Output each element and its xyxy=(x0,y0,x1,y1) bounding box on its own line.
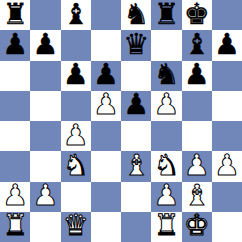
piece-white-rook[interactable]: ♜ xyxy=(2,211,28,240)
piece-white-knight[interactable]: ♞ xyxy=(153,151,179,180)
square-h2[interactable] xyxy=(212,182,242,212)
piece-black-pawn[interactable]: ♟ xyxy=(32,30,58,59)
piece-white-queen[interactable]: ♛ xyxy=(63,211,89,240)
square-b6[interactable] xyxy=(30,61,60,91)
square-h7[interactable]: ♟ xyxy=(212,30,242,60)
piece-white-pawn[interactable]: ♟ xyxy=(93,90,119,119)
piece-black-pawn[interactable]: ♟ xyxy=(214,30,240,59)
piece-black-pawn[interactable]: ♟ xyxy=(63,60,89,89)
square-a5[interactable] xyxy=(0,91,30,121)
piece-black-bishop[interactable]: ♝ xyxy=(63,0,89,29)
piece-black-pawn[interactable]: ♟ xyxy=(2,30,28,59)
chess-board: ♜♝♞♜♚♟♟♛♝♟♟♟♞♟♟♟♟♟♞♝♞♟♟♟♟♟♝♜♛♜♚ xyxy=(0,0,242,242)
piece-white-bishop[interactable]: ♝ xyxy=(184,181,210,210)
piece-black-rook[interactable]: ♜ xyxy=(153,0,179,29)
square-d4[interactable] xyxy=(91,121,121,151)
square-a4[interactable] xyxy=(0,121,30,151)
piece-white-pawn[interactable]: ♟ xyxy=(32,181,58,210)
square-a6[interactable] xyxy=(0,61,30,91)
square-g4[interactable] xyxy=(182,121,212,151)
square-f4[interactable] xyxy=(151,121,181,151)
piece-white-pawn[interactable]: ♟ xyxy=(153,90,179,119)
square-f7[interactable] xyxy=(151,30,181,60)
square-h6[interactable] xyxy=(212,61,242,91)
square-b4[interactable] xyxy=(30,121,60,151)
square-c7[interactable] xyxy=(61,30,91,60)
square-g8[interactable]: ♚ xyxy=(182,0,212,30)
square-f1[interactable]: ♜ xyxy=(151,212,181,242)
square-b1[interactable] xyxy=(30,212,60,242)
piece-white-rook[interactable]: ♜ xyxy=(153,211,179,240)
piece-white-pawn[interactable]: ♟ xyxy=(63,121,89,150)
square-g1[interactable]: ♚ xyxy=(182,212,212,242)
piece-black-knight[interactable]: ♞ xyxy=(123,0,149,29)
square-e7[interactable]: ♛ xyxy=(121,30,151,60)
square-f8[interactable]: ♜ xyxy=(151,0,181,30)
square-f3[interactable]: ♞ xyxy=(151,151,181,181)
piece-white-king[interactable]: ♚ xyxy=(184,211,210,240)
square-a3[interactable] xyxy=(0,151,30,181)
piece-white-pawn[interactable]: ♟ xyxy=(2,181,28,210)
square-b3[interactable] xyxy=(30,151,60,181)
square-g2[interactable]: ♝ xyxy=(182,182,212,212)
square-a8[interactable]: ♜ xyxy=(0,0,30,30)
square-h1[interactable] xyxy=(212,212,242,242)
square-e8[interactable]: ♞ xyxy=(121,0,151,30)
square-f5[interactable]: ♟ xyxy=(151,91,181,121)
piece-white-knight[interactable]: ♞ xyxy=(63,151,89,180)
square-e5[interactable]: ♟ xyxy=(121,91,151,121)
square-e1[interactable] xyxy=(121,212,151,242)
square-f2[interactable]: ♟ xyxy=(151,182,181,212)
square-e6[interactable] xyxy=(121,61,151,91)
square-c4[interactable]: ♟ xyxy=(61,121,91,151)
square-d7[interactable] xyxy=(91,30,121,60)
piece-white-bishop[interactable]: ♝ xyxy=(123,151,149,180)
square-g5[interactable] xyxy=(182,91,212,121)
square-c8[interactable]: ♝ xyxy=(61,0,91,30)
piece-black-queen[interactable]: ♛ xyxy=(123,30,149,59)
square-d6[interactable]: ♟ xyxy=(91,61,121,91)
square-b7[interactable]: ♟ xyxy=(30,30,60,60)
square-d5[interactable]: ♟ xyxy=(91,91,121,121)
square-d3[interactable] xyxy=(91,151,121,181)
square-c1[interactable]: ♛ xyxy=(61,212,91,242)
square-g6[interactable]: ♟ xyxy=(182,61,212,91)
square-a1[interactable]: ♜ xyxy=(0,212,30,242)
square-d1[interactable] xyxy=(91,212,121,242)
square-c6[interactable]: ♟ xyxy=(61,61,91,91)
square-h4[interactable] xyxy=(212,121,242,151)
square-e2[interactable] xyxy=(121,182,151,212)
square-c2[interactable] xyxy=(61,182,91,212)
square-b5[interactable] xyxy=(30,91,60,121)
piece-white-pawn[interactable]: ♟ xyxy=(184,151,210,180)
piece-black-pawn[interactable]: ♟ xyxy=(123,90,149,119)
piece-black-rook[interactable]: ♜ xyxy=(2,0,28,29)
square-c3[interactable]: ♞ xyxy=(61,151,91,181)
piece-black-knight[interactable]: ♞ xyxy=(153,60,179,89)
square-a7[interactable]: ♟ xyxy=(0,30,30,60)
square-b2[interactable]: ♟ xyxy=(30,182,60,212)
square-e3[interactable]: ♝ xyxy=(121,151,151,181)
square-h5[interactable] xyxy=(212,91,242,121)
square-d8[interactable] xyxy=(91,0,121,30)
square-g7[interactable]: ♝ xyxy=(182,30,212,60)
square-h8[interactable] xyxy=(212,0,242,30)
square-b8[interactable] xyxy=(30,0,60,30)
square-h3[interactable]: ♟ xyxy=(212,151,242,181)
square-c5[interactable] xyxy=(61,91,91,121)
piece-black-bishop[interactable]: ♝ xyxy=(184,30,210,59)
square-a2[interactable]: ♟ xyxy=(0,182,30,212)
piece-black-king[interactable]: ♚ xyxy=(184,0,210,29)
square-e4[interactable] xyxy=(121,121,151,151)
square-g3[interactable]: ♟ xyxy=(182,151,212,181)
piece-white-pawn[interactable]: ♟ xyxy=(214,151,240,180)
piece-black-pawn[interactable]: ♟ xyxy=(93,60,119,89)
square-d2[interactable] xyxy=(91,182,121,212)
piece-black-pawn[interactable]: ♟ xyxy=(184,60,210,89)
piece-white-pawn[interactable]: ♟ xyxy=(153,181,179,210)
square-f6[interactable]: ♞ xyxy=(151,61,181,91)
